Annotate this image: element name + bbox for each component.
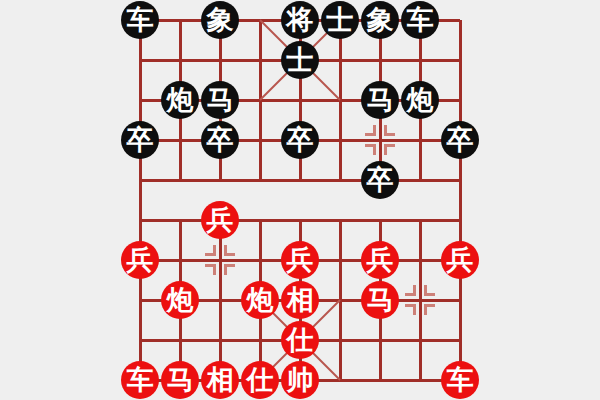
piece-red-soldier[interactable]: 兵 xyxy=(281,241,319,279)
board-point: 兵 xyxy=(440,240,480,280)
piece-red-advisor[interactable]: 仕 xyxy=(241,361,279,399)
piece-black-advisor[interactable]: 士 xyxy=(281,41,319,79)
piece-red-cannon[interactable]: 炮 xyxy=(241,281,279,319)
piece-red-horse[interactable]: 马 xyxy=(361,281,399,319)
piece-black-elephant[interactable]: 象 xyxy=(201,1,239,39)
piece-red-soldier[interactable]: 兵 xyxy=(201,201,239,239)
marker-corner xyxy=(384,144,395,155)
piece-black-soldier[interactable]: 卒 xyxy=(361,161,399,199)
piece-red-elephant[interactable]: 相 xyxy=(201,361,239,399)
marker-corner xyxy=(224,264,235,275)
piece-black-soldier[interactable]: 卒 xyxy=(281,121,319,159)
piece-red-advisor[interactable]: 仕 xyxy=(281,321,319,359)
marker-corner xyxy=(424,304,435,315)
piece-black-soldier[interactable]: 卒 xyxy=(441,121,479,159)
board-point: 卒 xyxy=(440,120,480,160)
board-point: 车 xyxy=(120,360,160,400)
marker-corner xyxy=(224,245,235,256)
marker-corner xyxy=(205,264,216,275)
board-point: 相 xyxy=(280,280,320,320)
board-point: 士 xyxy=(320,0,360,40)
marker-corner xyxy=(384,125,395,136)
last-move-origin-marker xyxy=(400,280,440,320)
piece-red-general[interactable]: 帅 xyxy=(281,361,319,399)
piece-red-cannon[interactable]: 炮 xyxy=(161,281,199,319)
board-point: 仕 xyxy=(240,360,280,400)
piece-black-advisor[interactable]: 士 xyxy=(321,1,359,39)
board-point: 兵 xyxy=(200,200,240,240)
marker-corner xyxy=(205,245,216,256)
board-point: 兵 xyxy=(280,240,320,280)
piece-black-horse[interactable]: 马 xyxy=(201,81,239,119)
marker-corner xyxy=(405,285,416,296)
piece-red-rook[interactable]: 车 xyxy=(441,361,479,399)
piece-black-soldier[interactable]: 卒 xyxy=(201,121,239,159)
board-point: 车 xyxy=(440,360,480,400)
board-point: 卒 xyxy=(360,160,400,200)
board-point: 卒 xyxy=(120,120,160,160)
board-point: 卒 xyxy=(200,120,240,160)
board-point: 相 xyxy=(200,360,240,400)
board-point: 炮 xyxy=(240,280,280,320)
piece-red-soldier[interactable]: 兵 xyxy=(441,241,479,279)
board-point: 马 xyxy=(360,280,400,320)
last-move-origin-marker xyxy=(200,240,240,280)
board-point: 兵 xyxy=(120,240,160,280)
piece-red-soldier[interactable]: 兵 xyxy=(121,241,159,279)
board-point: 仕 xyxy=(280,320,320,360)
marker-corner xyxy=(424,285,435,296)
board-point: 马 xyxy=(200,80,240,120)
piece-black-cannon[interactable]: 炮 xyxy=(401,81,439,119)
board-point: 象 xyxy=(200,0,240,40)
board-point: 马 xyxy=(160,360,200,400)
piece-black-soldier[interactable]: 卒 xyxy=(121,121,159,159)
board: 车象将士象车士炮马马炮卒卒卒卒卒兵兵兵兵兵炮炮相马仕车马相仕帅车 xyxy=(120,0,480,400)
piece-red-soldier[interactable]: 兵 xyxy=(361,241,399,279)
piece-black-cannon[interactable]: 炮 xyxy=(161,81,199,119)
piece-black-rook[interactable]: 车 xyxy=(401,1,439,39)
board-point: 马 xyxy=(360,80,400,120)
board-point: 士 xyxy=(280,40,320,80)
piece-red-horse[interactable]: 马 xyxy=(161,361,199,399)
piece-red-rook[interactable]: 车 xyxy=(121,361,159,399)
marker-corner xyxy=(365,125,376,136)
board-point: 车 xyxy=(400,0,440,40)
piece-black-rook[interactable]: 车 xyxy=(121,1,159,39)
marker-corner xyxy=(365,144,376,155)
marker-corner xyxy=(405,304,416,315)
piece-red-elephant[interactable]: 相 xyxy=(281,281,319,319)
board-point: 车 xyxy=(120,0,160,40)
board-point: 卒 xyxy=(280,120,320,160)
board-point: 炮 xyxy=(160,280,200,320)
xiangqi-app: 车象将士象车士炮马马炮卒卒卒卒卒兵兵兵兵兵炮炮相马仕车马相仕帅车 xyxy=(0,0,600,400)
piece-black-elephant[interactable]: 象 xyxy=(361,1,399,39)
board-point: 帅 xyxy=(280,360,320,400)
last-move-origin-marker xyxy=(360,120,400,160)
piece-black-horse[interactable]: 马 xyxy=(361,81,399,119)
board-point: 炮 xyxy=(160,80,200,120)
board-point: 兵 xyxy=(360,240,400,280)
piece-black-general[interactable]: 将 xyxy=(281,1,319,39)
board-point: 将 xyxy=(280,0,320,40)
board-point: 象 xyxy=(360,0,400,40)
board-point: 炮 xyxy=(400,80,440,120)
